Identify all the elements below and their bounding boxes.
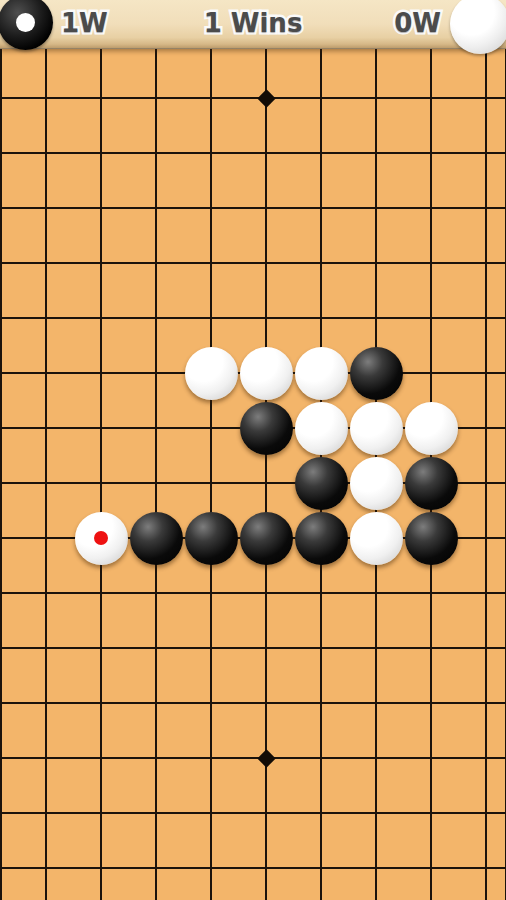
stone-black-H8 xyxy=(130,512,183,565)
star-point xyxy=(257,89,275,107)
stone-black-L9 xyxy=(295,457,348,510)
stone-white-L10 xyxy=(295,402,348,455)
stone-black-M11 xyxy=(350,347,403,400)
stone-white-L11 xyxy=(295,347,348,400)
stone-black-N9 xyxy=(405,457,458,510)
stone-black-K8 xyxy=(240,512,293,565)
stone-white-M10 xyxy=(350,402,403,455)
stone-white-M8 xyxy=(350,512,403,565)
star-point xyxy=(257,749,275,767)
last-move-marker xyxy=(94,531,108,545)
stone-white-G8 xyxy=(75,512,128,565)
stone-black-K10 xyxy=(240,402,293,455)
app-frame: 1W 1 Wins 0W xyxy=(0,0,506,900)
stone-black-L8 xyxy=(295,512,348,565)
score-header: 1W 1 Wins 0W xyxy=(0,0,506,49)
stone-white-K11 xyxy=(240,347,293,400)
game-board[interactable] xyxy=(0,0,506,900)
stone-black-N8 xyxy=(405,512,458,565)
stone-white-N10 xyxy=(405,402,458,455)
board-edge-line-left xyxy=(0,0,2,900)
stone-white-M9 xyxy=(350,457,403,510)
white-wins-count: 0W xyxy=(394,0,441,48)
stone-white-J11 xyxy=(185,347,238,400)
stone-black-J8 xyxy=(185,512,238,565)
